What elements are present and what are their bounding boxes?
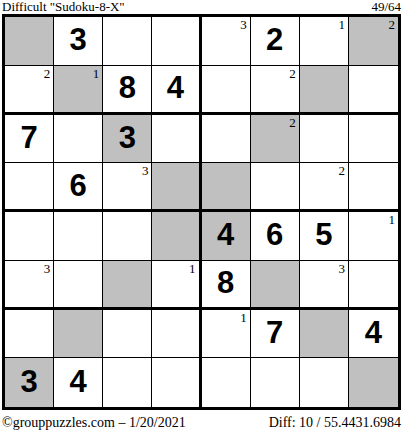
cell-r6c8[interactable] [349,261,398,310]
pencil-mark: 1 [338,17,345,32]
given-digit: 4 [70,366,87,397]
cell-r8c3[interactable] [103,358,152,407]
given-digit: 7 [20,122,37,153]
sudoku-board: 33212218427326324651318317434 [2,14,401,410]
cell-r7c6[interactable]: 7 [251,310,300,359]
given-digit: 2 [266,24,283,55]
cell-r4c6[interactable] [251,163,300,212]
cell-r2c3[interactable]: 8 [103,66,152,115]
cell-r3c3[interactable]: 3 [103,115,152,164]
cell-r3c2[interactable] [54,115,103,164]
cell-r2c8[interactable] [349,66,398,115]
cell-r3c7[interactable] [300,115,349,164]
cell-r4c7[interactable]: 2 [300,163,349,212]
given-digit: 3 [70,24,87,55]
cell-r1c3[interactable] [103,17,152,66]
pencil-mark: 3 [44,261,51,276]
cell-r8c1[interactable]: 3 [5,358,54,407]
given-digit: 4 [167,72,184,103]
cell-r1c4[interactable] [152,17,201,66]
cell-r5c8[interactable]: 1 [349,212,398,261]
cell-r5c5[interactable]: 4 [202,212,251,261]
cell-r7c3[interactable] [103,310,152,359]
cell-r3c5[interactable] [202,115,251,164]
cell-r7c7[interactable] [300,310,349,359]
cell-r4c2[interactable]: 6 [54,163,103,212]
cell-r2c5[interactable] [202,66,251,115]
copyright-text: ©grouppuzzles.com – 1/20/2021 [2,415,186,431]
cell-r6c5[interactable]: 8 [202,261,251,310]
given-digit: 4 [365,317,382,348]
given-digit: 4 [217,219,234,250]
cell-r5c6[interactable]: 6 [251,212,300,261]
cell-r3c6[interactable]: 2 [251,115,300,164]
cell-r3c8[interactable] [349,115,398,164]
cell-r1c8[interactable]: 2 [349,17,398,66]
given-digit: 8 [119,72,136,103]
puzzle-page: Difficult "Sudoku-8-X" 49/64 33212218427… [0,0,403,437]
pencil-mark: 2 [338,163,345,178]
given-digit: 3 [20,366,37,397]
cell-r8c2[interactable]: 4 [54,358,103,407]
cell-r7c4[interactable] [152,310,201,359]
given-digit: 8 [217,267,234,298]
cell-r3c1[interactable]: 7 [5,115,54,164]
cell-r8c5[interactable] [202,358,251,407]
cell-r7c8[interactable]: 4 [349,310,398,359]
pencil-mark: 3 [142,163,149,178]
given-digit: 7 [266,317,283,348]
cell-r8c8[interactable] [349,358,398,407]
pencil-mark: 1 [240,310,247,325]
pencil-mark: 1 [189,261,196,276]
cell-r1c6[interactable]: 2 [251,17,300,66]
cell-r6c4[interactable]: 1 [152,261,201,310]
cell-r7c1[interactable] [5,310,54,359]
puzzle-title: Difficult "Sudoku-8-X" [2,0,125,13]
cell-r7c2[interactable] [54,310,103,359]
given-digit: 6 [266,219,283,250]
cell-r8c7[interactable] [300,358,349,407]
difficulty-text: Diff: 10 / 55.4431.6984 [269,415,401,431]
given-digit: 3 [119,122,136,153]
cell-r5c7[interactable]: 5 [300,212,349,261]
pencil-mark: 2 [389,17,396,32]
given-digit: 6 [70,170,87,201]
cell-r4c5[interactable] [202,163,251,212]
pencil-mark: 2 [44,66,51,81]
cell-r1c1[interactable] [5,17,54,66]
pencil-mark: 1 [93,66,100,81]
cell-r6c2[interactable] [54,261,103,310]
given-digit: 5 [315,219,332,250]
cell-r6c3[interactable] [103,261,152,310]
cell-r5c1[interactable] [5,212,54,261]
cell-r4c3[interactable]: 3 [103,163,152,212]
pencil-mark: 3 [240,17,247,32]
cell-r6c6[interactable] [251,261,300,310]
cell-r2c6[interactable]: 2 [251,66,300,115]
cell-r1c5[interactable]: 3 [202,17,251,66]
cell-r4c1[interactable] [5,163,54,212]
cell-r1c7[interactable]: 1 [300,17,349,66]
cell-r7c5[interactable]: 1 [202,310,251,359]
pencil-mark: 1 [389,212,396,227]
pencil-mark: 3 [338,261,345,276]
cell-r2c2[interactable]: 1 [54,66,103,115]
header: Difficult "Sudoku-8-X" 49/64 [2,0,401,14]
cell-r3c4[interactable] [152,115,201,164]
cell-r5c3[interactable] [103,212,152,261]
cell-r6c7[interactable]: 3 [300,261,349,310]
cell-r2c7[interactable] [300,66,349,115]
cell-r4c8[interactable] [349,163,398,212]
cell-r2c1[interactable]: 2 [5,66,54,115]
cell-r4c4[interactable] [152,163,201,212]
cell-r1c2[interactable]: 3 [54,17,103,66]
footer: ©grouppuzzles.com – 1/20/2021 Diff: 10 /… [2,415,401,431]
cell-r8c6[interactable] [251,358,300,407]
cell-r5c4[interactable] [152,212,201,261]
cell-r5c2[interactable] [54,212,103,261]
pencil-mark: 2 [289,66,296,81]
pencil-mark: 2 [289,115,296,130]
cell-r8c4[interactable] [152,358,201,407]
cell-r6c1[interactable]: 3 [5,261,54,310]
cell-r2c4[interactable]: 4 [152,66,201,115]
cells-remaining-counter: 49/64 [371,0,401,13]
